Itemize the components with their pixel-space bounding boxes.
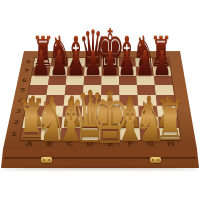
pieces-layer: ♜♞♝♛♚♝♞♜♟♟♟♟♟♟♟♟♟♟♟♟♟♟♟♟♜♞♝♛♚♝♞♜ [0, 0, 200, 200]
piece-black-pawn[interactable]: ♟ [32, 46, 51, 80]
piece-black-pawn[interactable]: ♟ [135, 46, 154, 80]
piece-black-pawn[interactable]: ♟ [152, 46, 171, 80]
piece-black-pawn[interactable]: ♟ [66, 46, 85, 80]
chess-set-photo: ABCDEFGH 87654321 ♜♞♝♛♚♝♞♜♟♟♟♟♟♟♟♟♟♟♟♟♟♟… [0, 0, 200, 200]
piece-white-rook[interactable]: ♜ [154, 92, 186, 149]
piece-black-pawn[interactable]: ♟ [49, 46, 68, 80]
